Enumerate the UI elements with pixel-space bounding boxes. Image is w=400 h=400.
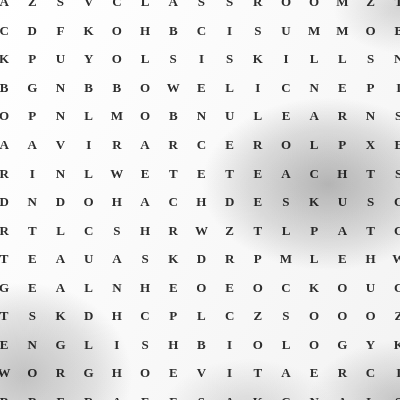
grid-cell-r8c1: T [18, 216, 46, 245]
grid-cell-r12c8: I [216, 331, 244, 360]
grid-cell-r5c8: E [216, 131, 244, 160]
grid-cell-r1c10: U [272, 17, 300, 46]
grid-cell-r12c5: S [131, 331, 159, 360]
grid-cell-r9c2: A [46, 245, 74, 274]
grid-cell-r4c7: N [187, 102, 215, 131]
grid-cell-r0c1: Z [18, 0, 46, 17]
grid-cell-r2c7: I [187, 45, 215, 74]
grid-cell-r14c11: N [300, 388, 328, 400]
grid-cell-r3c12: E [328, 74, 356, 103]
grid-cell-r2c8: S [216, 45, 244, 74]
grid-cell-r12c1: N [18, 331, 46, 360]
grid-cell-r3c8: L [216, 74, 244, 103]
grid-cell-r11c9: Z [244, 302, 272, 331]
grid-cell-r10c5: H [131, 273, 159, 302]
grid-cell-r8c8: Z [216, 216, 244, 245]
grid-cell-r10c1: E [18, 273, 46, 302]
grid-cell-r11c13: O [356, 302, 384, 331]
grid-cell-r11c7: L [187, 302, 215, 331]
grid-cell-r4c8: U [216, 102, 244, 131]
word-search-board: AZSVCLASSROOMZTCDFKOHBCISUMMOBKPUYOLSISK… [0, 0, 400, 400]
grid-cell-r11c12: O [328, 302, 356, 331]
grid-cell-r5c7: C [187, 131, 215, 160]
grid-cell-r8c9: T [244, 216, 272, 245]
grid-cell-r6c12: H [328, 159, 356, 188]
grid-cell-r7c0: D [0, 188, 18, 217]
grid-cell-r8c4: S [103, 216, 131, 245]
grid-cell-r3c4: B [103, 74, 131, 103]
grid-cell-r5c6: R [159, 131, 187, 160]
grid-cell-r6c13: T [356, 159, 384, 188]
grid-cell-r4c1: P [18, 102, 46, 131]
grid-cell-r7c6: C [159, 188, 187, 217]
grid-cell-r3c2: N [46, 74, 74, 103]
grid-cell-r6c0: R [0, 159, 18, 188]
grid-cell-r13c7: V [187, 359, 215, 388]
grid-cell-r12c2: G [46, 331, 74, 360]
grid-cell-r8c12: A [328, 216, 356, 245]
grid-cell-r9c13: H [356, 245, 384, 274]
grid-cell-r5c1: A [18, 131, 46, 160]
grid-cell-r10c9: O [244, 273, 272, 302]
grid-cell-r9c12: E [328, 245, 356, 274]
grid-cell-r1c13: O [356, 17, 384, 46]
grid-cell-r0c13: Z [356, 0, 384, 17]
grid-cell-r14c9: K [244, 388, 272, 400]
grid-cell-r0c12: M [328, 0, 356, 17]
grid-cell-r10c8: E [216, 273, 244, 302]
grid-cell-r14c3: R [75, 388, 103, 400]
grid-cell-r10c10: C [272, 273, 300, 302]
grid-cell-r11c4: H [103, 302, 131, 331]
grid-cell-r6c7: E [187, 159, 215, 188]
grid-cell-r11c6: P [159, 302, 187, 331]
grid-cell-r9c1: E [18, 245, 46, 274]
grid-cell-r13c9: T [244, 359, 272, 388]
grid-cell-r6c5: E [131, 159, 159, 188]
grid-cell-r9c4: A [103, 245, 131, 274]
grid-cell-r14c10: C [272, 388, 300, 400]
grid-cell-r11c0: T [0, 302, 18, 331]
grid-cell-r7c7: H [187, 188, 215, 217]
grid-cell-r1c5: H [131, 17, 159, 46]
grid-cell-r2c0: K [0, 45, 18, 74]
grid-cell-r3c13: P [356, 74, 384, 103]
grid-cell-r12c7: B [187, 331, 215, 360]
grid-cell-r2c11: L [300, 45, 328, 74]
grid-cell-r5c2: V [46, 131, 74, 160]
grid-cell-r11c14: Z [385, 302, 400, 331]
grid-cell-r14c7: S [187, 388, 215, 400]
grid-cell-r7c3: O [75, 188, 103, 217]
grid-cell-r13c2: R [46, 359, 74, 388]
grid-cell-r7c13: S [356, 188, 384, 217]
grid-cell-r0c2: S [46, 0, 74, 17]
grid-cell-r9c9: P [244, 245, 272, 274]
grid-cell-r12c3: L [75, 331, 103, 360]
grid-cell-r9c7: D [187, 245, 215, 274]
grid-cell-r10c7: O [187, 273, 215, 302]
grid-cell-r12c10: L [272, 331, 300, 360]
grid-cell-r8c6: R [159, 216, 187, 245]
grid-cell-r4c6: B [159, 102, 187, 131]
grid-cell-r5c11: L [300, 131, 328, 160]
grid-cell-r0c6: A [159, 0, 187, 17]
grid-cell-r2c6: S [159, 45, 187, 74]
grid-cell-r0c5: L [131, 0, 159, 17]
grid-cell-r1c6: B [159, 17, 187, 46]
grid-cell-r7c14: C [385, 188, 400, 217]
grid-cell-r4c4: M [103, 102, 131, 131]
grid-cell-r3c14: I [385, 74, 400, 103]
grid-cell-r3c3: B [75, 74, 103, 103]
grid-cell-r13c3: G [75, 359, 103, 388]
grid-cell-r6c4: W [103, 159, 131, 188]
grid-cell-r13c1: O [18, 359, 46, 388]
grid-cell-r9c10: M [272, 245, 300, 274]
grid-cell-r3c7: E [187, 74, 215, 103]
grid-cell-r1c1: D [18, 17, 46, 46]
grid-cell-r3c10: C [272, 74, 300, 103]
grid-cell-r0c0: A [0, 0, 18, 17]
grid-cell-r13c8: I [216, 359, 244, 388]
grid-cell-r1c7: C [187, 17, 215, 46]
grid-cell-r4c5: O [131, 102, 159, 131]
grid-cell-r5c14: E [385, 131, 400, 160]
grid-cell-r12c14: K [385, 331, 400, 360]
grid-cell-r12c9: O [244, 331, 272, 360]
grid-cell-r4c9: L [244, 102, 272, 131]
grid-cell-r11c10: S [272, 302, 300, 331]
grid-cell-r3c6: W [159, 74, 187, 103]
grid-cell-r7c11: K [300, 188, 328, 217]
grid-cell-r13c4: H [103, 359, 131, 388]
grid-cell-r8c2: L [46, 216, 74, 245]
grid-cell-r2c2: U [46, 45, 74, 74]
grid-cell-r4c13: N [356, 102, 384, 131]
grid-cell-r0c14: T [385, 0, 400, 17]
grid-cell-r11c11: O [300, 302, 328, 331]
grid-cell-r7c5: A [131, 188, 159, 217]
grid-cell-r2c3: Y [75, 45, 103, 74]
grid-cell-r9c8: R [216, 245, 244, 274]
grid-cell-r13c11: E [300, 359, 328, 388]
grid-cell-r4c3: L [75, 102, 103, 131]
grid-cell-r12c6: H [159, 331, 187, 360]
grid-cell-r10c12: O [328, 273, 356, 302]
grid-cell-r14c13: L [356, 388, 384, 400]
grid-cell-r13c13: C [356, 359, 384, 388]
grid-cell-r2c1: P [18, 45, 46, 74]
grid-cell-r8c7: W [187, 216, 215, 245]
grid-cell-r5c5: A [131, 131, 159, 160]
grid-cell-r14c12: A [328, 388, 356, 400]
grid-cell-r2c12: L [328, 45, 356, 74]
grid-cell-r10c2: A [46, 273, 74, 302]
grid-cell-r8c3: C [75, 216, 103, 245]
grid-cell-r7c8: D [216, 188, 244, 217]
grid-cell-r9c5: S [131, 245, 159, 274]
grid-cell-r14c6: F [159, 388, 187, 400]
grid-cell-r13c0: W [0, 359, 18, 388]
grid-cell-r1c4: O [103, 17, 131, 46]
grid-cell-r0c11: O [300, 0, 328, 17]
grid-cell-r7c1: N [18, 188, 46, 217]
grid-cell-r0c10: O [272, 0, 300, 17]
grid-cell-r4c0: O [0, 102, 18, 131]
grid-cell-r9c3: U [75, 245, 103, 274]
grid-cell-r12c12: G [328, 331, 356, 360]
grid-cell-r14c14: S [385, 388, 400, 400]
grid-cell-r8c11: P [300, 216, 328, 245]
grid-cell-r8c0: R [0, 216, 18, 245]
grid-cell-r6c14: S [385, 159, 400, 188]
grid-cell-r10c3: L [75, 273, 103, 302]
grid-cell-r6c6: T [159, 159, 187, 188]
grid-cell-r9c14: W [385, 245, 400, 274]
grid-cell-r1c14: B [385, 17, 400, 46]
grid-cell-r5c3: I [75, 131, 103, 160]
grid-cell-r6c9: E [244, 159, 272, 188]
grid-cell-r13c14: I [385, 359, 400, 388]
grid-cell-r10c4: N [103, 273, 131, 302]
grid-cell-r12c11: O [300, 331, 328, 360]
grid-cell-r5c13: X [356, 131, 384, 160]
grid-cell-r14c4: A [103, 388, 131, 400]
grid-cell-r5c10: O [272, 131, 300, 160]
grid-cell-r5c12: P [328, 131, 356, 160]
grid-cell-r6c10: A [272, 159, 300, 188]
grid-cell-r12c13: Y [356, 331, 384, 360]
grid-cell-r7c2: D [46, 188, 74, 217]
grid-cell-r0c7: S [187, 0, 215, 17]
grid-cell-r6c3: L [75, 159, 103, 188]
grid-cell-r13c12: R [328, 359, 356, 388]
grid-cell-r5c0: A [0, 131, 18, 160]
grid-cell-r0c8: S [216, 0, 244, 17]
grid-cell-r10c14: C [385, 273, 400, 302]
grid-cell-r14c8: A [216, 388, 244, 400]
grid-cell-r11c5: C [131, 302, 159, 331]
grid-cell-r13c5: O [131, 359, 159, 388]
grid-cell-r11c2: K [46, 302, 74, 331]
grid-cell-r13c10: A [272, 359, 300, 388]
grid-cell-r4c14: S [385, 102, 400, 131]
grid-cell-r10c11: K [300, 273, 328, 302]
grid-cell-r6c11: C [300, 159, 328, 188]
grid-cell-r0c9: R [244, 0, 272, 17]
grid-cell-r6c2: N [46, 159, 74, 188]
grid-cell-r3c1: G [18, 74, 46, 103]
grid-cell-r12c4: I [103, 331, 131, 360]
grid-cell-r0c3: V [75, 0, 103, 17]
grid-cell-r5c4: R [103, 131, 131, 160]
grid-cell-r13c6: E [159, 359, 187, 388]
grid-cell-r14c0: B [0, 388, 18, 400]
grid-cell-r5c9: R [244, 131, 272, 160]
grid-cell-r7c9: E [244, 188, 272, 217]
grid-cell-r14c2: F [46, 388, 74, 400]
grid-cell-r1c2: F [46, 17, 74, 46]
grid-cell-r11c1: S [18, 302, 46, 331]
grid-cell-r3c9: I [244, 74, 272, 103]
grid-cell-r3c0: B [0, 74, 18, 103]
grid-cell-r9c6: K [159, 245, 187, 274]
grid-cell-r8c13: T [356, 216, 384, 245]
letter-grid: AZSVCLASSROOMZTCDFKOHBCISUMMOBKPUYOLSISK… [0, 0, 400, 400]
grid-cell-r0c4: C [103, 0, 131, 17]
grid-cell-r2c5: L [131, 45, 159, 74]
grid-cell-r14c1: B [18, 388, 46, 400]
grid-cell-r11c3: D [75, 302, 103, 331]
grid-cell-r14c5: F [131, 388, 159, 400]
grid-cell-r4c2: N [46, 102, 74, 131]
grid-cell-r1c3: K [75, 17, 103, 46]
grid-cell-r6c1: I [18, 159, 46, 188]
grid-cell-r8c10: L [272, 216, 300, 245]
grid-cell-r4c10: E [272, 102, 300, 131]
grid-cell-r2c14: N [385, 45, 400, 74]
grid-cell-r4c12: R [328, 102, 356, 131]
grid-cell-r12c0: E [0, 331, 18, 360]
grid-cell-r10c0: G [0, 273, 18, 302]
grid-cell-r3c5: O [131, 74, 159, 103]
grid-cell-r1c11: M [300, 17, 328, 46]
grid-cell-r1c12: M [328, 17, 356, 46]
grid-cell-r7c12: U [328, 188, 356, 217]
grid-cell-r2c4: O [103, 45, 131, 74]
grid-cell-r1c8: I [216, 17, 244, 46]
grid-cell-r1c9: S [244, 17, 272, 46]
grid-cell-r9c11: L [300, 245, 328, 274]
grid-cell-r2c10: I [272, 45, 300, 74]
grid-cell-r1c0: C [0, 17, 18, 46]
grid-cell-r10c6: E [159, 273, 187, 302]
grid-cell-r4c11: A [300, 102, 328, 131]
grid-cell-r8c14: C [385, 216, 400, 245]
grid-cell-r11c8: C [216, 302, 244, 331]
grid-cell-r7c4: H [103, 188, 131, 217]
grid-cell-r9c0: T [0, 245, 18, 274]
grid-cell-r3c11: N [300, 74, 328, 103]
grid-cell-r2c13: S [356, 45, 384, 74]
grid-cell-r10c13: U [356, 273, 384, 302]
grid-cell-r8c5: H [131, 216, 159, 245]
grid-cell-r7c10: S [272, 188, 300, 217]
grid-cell-r6c8: T [216, 159, 244, 188]
grid-cell-r2c9: K [244, 45, 272, 74]
